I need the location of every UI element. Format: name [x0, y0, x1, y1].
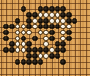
black-stone[interactable]	[49, 53, 55, 59]
black-stone[interactable]	[9, 47, 15, 53]
white-stone[interactable]	[15, 24, 21, 30]
black-stone[interactable]	[60, 41, 66, 47]
black-stone[interactable]	[21, 36, 27, 42]
white-stone[interactable]	[15, 41, 21, 47]
black-stone[interactable]	[32, 36, 38, 42]
black-stone[interactable]	[15, 59, 21, 65]
white-stone[interactable]	[15, 47, 21, 53]
black-stone[interactable]	[55, 53, 61, 59]
black-stone[interactable]	[49, 24, 55, 30]
black-stone[interactable]	[9, 41, 15, 47]
black-stone[interactable]	[21, 6, 27, 12]
black-stone[interactable]	[32, 12, 38, 18]
black-stone[interactable]	[66, 30, 72, 36]
black-stone[interactable]	[32, 59, 38, 65]
black-stone[interactable]	[66, 36, 72, 42]
black-stone[interactable]	[38, 59, 44, 65]
black-stone[interactable]	[3, 30, 9, 36]
white-stone[interactable]	[15, 30, 21, 36]
black-stone[interactable]	[3, 36, 9, 42]
grid-line-horizontal	[0, 3, 90, 4]
black-stone[interactable]	[32, 53, 38, 59]
black-stone[interactable]	[49, 36, 55, 42]
white-stone[interactable]	[43, 41, 49, 47]
black-stone[interactable]	[26, 53, 32, 59]
black-stone[interactable]	[26, 59, 32, 65]
black-stone[interactable]	[26, 18, 32, 24]
black-stone[interactable]	[66, 18, 72, 24]
black-stone[interactable]	[9, 24, 15, 30]
black-stone[interactable]	[49, 6, 55, 12]
white-stone[interactable]	[15, 36, 21, 42]
black-stone[interactable]	[26, 41, 32, 47]
white-stone[interactable]	[66, 24, 72, 30]
black-stone[interactable]	[60, 59, 66, 65]
grid-line-horizontal	[0, 68, 90, 69]
black-stone[interactable]	[15, 18, 21, 24]
white-stone[interactable]	[49, 47, 55, 53]
black-stone[interactable]	[32, 47, 38, 53]
black-stone[interactable]	[60, 47, 66, 53]
grid-line-horizontal	[0, 62, 90, 63]
go-board[interactable]	[0, 0, 90, 76]
black-stone[interactable]	[66, 12, 72, 18]
black-stone[interactable]	[72, 18, 78, 24]
white-stone[interactable]	[26, 30, 32, 36]
black-stone[interactable]	[60, 6, 66, 12]
black-stone[interactable]	[26, 24, 32, 30]
black-stone[interactable]	[26, 12, 32, 18]
white-stone[interactable]	[32, 18, 38, 24]
white-stone[interactable]	[49, 12, 55, 18]
white-stone[interactable]	[49, 18, 55, 24]
black-stone[interactable]	[26, 47, 32, 53]
grid-line-horizontal	[0, 74, 90, 75]
black-stone[interactable]	[49, 30, 55, 36]
white-stone[interactable]	[32, 24, 38, 30]
